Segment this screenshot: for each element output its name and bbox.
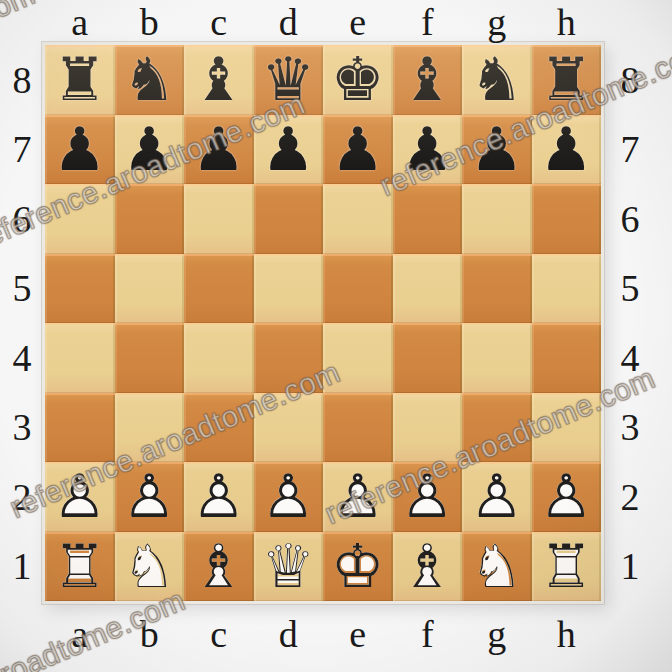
square-e4[interactable] — [323, 323, 393, 393]
file-label-top-g: g — [462, 0, 532, 44]
square-d4[interactable] — [254, 323, 324, 393]
square-c5[interactable] — [184, 254, 254, 324]
white-rook-h1: ♜♖ — [532, 532, 602, 602]
square-d5[interactable] — [254, 254, 324, 324]
file-label-bottom-e: e — [323, 604, 393, 666]
rank-labels-left: 87654321 — [0, 45, 44, 601]
piece-glyph: ♟ — [470, 115, 524, 184]
piece-glyph: ♟ — [192, 115, 246, 184]
white-bishop-c1: ♝♗ — [184, 532, 254, 602]
square-a2[interactable]: ♟♙ — [45, 462, 115, 532]
rank-label-left-2: 2 — [0, 462, 44, 532]
square-c6[interactable] — [184, 184, 254, 254]
square-b6[interactable] — [115, 184, 185, 254]
square-b7[interactable]: ♟ — [115, 115, 185, 185]
black-pawn-a7: ♟ — [45, 115, 115, 185]
chess-board-frame: ♜♞♝♛♚♝♞♜♟♟♟♟♟♟♟♟♟♙♟♙♟♙♟♙♟♙♟♙♟♙♟♙♜♖♞♘♝♗♛♕… — [42, 42, 604, 604]
rank-label-right-8: 8 — [604, 45, 656, 115]
square-f2[interactable]: ♟♙ — [393, 462, 463, 532]
square-a5[interactable] — [45, 254, 115, 324]
piece-outline-glyph: ♘ — [122, 532, 176, 601]
file-label-bottom-b: b — [115, 604, 185, 666]
piece-outline-glyph: ♗ — [192, 532, 246, 601]
square-d8[interactable]: ♛ — [254, 45, 324, 115]
rank-label-left-1: 1 — [0, 532, 44, 602]
square-b4[interactable] — [115, 323, 185, 393]
white-pawn-b2: ♟♙ — [115, 462, 185, 532]
piece-outline-glyph: ♙ — [331, 462, 385, 531]
square-e6[interactable] — [323, 184, 393, 254]
piece-outline-glyph: ♙ — [53, 462, 107, 531]
white-bishop-f1: ♝♗ — [393, 532, 463, 602]
rank-label-left-4: 4 — [0, 323, 44, 393]
piece-glyph: ♚ — [331, 45, 385, 114]
black-bishop-f8: ♝ — [393, 45, 463, 115]
black-pawn-d7: ♟ — [254, 115, 324, 185]
piece-outline-glyph: ♗ — [400, 532, 454, 601]
rank-label-right-2: 2 — [604, 462, 656, 532]
square-b1[interactable]: ♞♘ — [115, 532, 185, 602]
white-pawn-c2: ♟♙ — [184, 462, 254, 532]
piece-glyph: ♟ — [261, 115, 315, 184]
square-c8[interactable]: ♝ — [184, 45, 254, 115]
file-label-top-c: c — [184, 0, 254, 44]
piece-glyph: ♟ — [539, 115, 593, 184]
white-pawn-g2: ♟♙ — [462, 462, 532, 532]
piece-outline-glyph: ♕ — [261, 532, 315, 601]
rank-label-left-5: 5 — [0, 254, 44, 324]
square-g7[interactable]: ♟ — [462, 115, 532, 185]
black-pawn-f7: ♟ — [393, 115, 463, 185]
square-f7[interactable]: ♟ — [393, 115, 463, 185]
square-a4[interactable] — [45, 323, 115, 393]
rank-label-right-5: 5 — [604, 254, 656, 324]
black-pawn-h7: ♟ — [532, 115, 602, 185]
square-e8[interactable]: ♚ — [323, 45, 393, 115]
piece-outline-glyph: ♙ — [192, 462, 246, 531]
black-pawn-e7: ♟ — [323, 115, 393, 185]
file-label-top-h: h — [532, 0, 602, 44]
rank-label-right-3: 3 — [604, 393, 656, 463]
file-label-bottom-h: h — [532, 604, 602, 666]
square-d7[interactable]: ♟ — [254, 115, 324, 185]
black-rook-h8: ♜ — [532, 45, 602, 115]
file-label-top-a: a — [45, 0, 115, 44]
rank-labels-right: 87654321 — [604, 45, 656, 601]
black-queen-d8: ♛ — [254, 45, 324, 115]
square-e1[interactable]: ♚♔ — [323, 532, 393, 602]
chess-diagram-page: abcdefgh abcdefgh 87654321 87654321 ♜♞♝♛… — [0, 0, 672, 672]
file-label-top-b: b — [115, 0, 185, 44]
piece-glyph: ♜ — [539, 45, 593, 114]
file-label-top-f: f — [393, 0, 463, 44]
white-rook-a1: ♜♖ — [45, 532, 115, 602]
file-label-bottom-g: g — [462, 604, 532, 666]
square-f3[interactable] — [393, 393, 463, 463]
square-h3[interactable] — [532, 393, 602, 463]
square-h5[interactable] — [532, 254, 602, 324]
square-h1[interactable]: ♜♖ — [532, 532, 602, 602]
square-e5[interactable] — [323, 254, 393, 324]
white-pawn-d2: ♟♙ — [254, 462, 324, 532]
square-h8[interactable]: ♜ — [532, 45, 602, 115]
square-c4[interactable] — [184, 323, 254, 393]
piece-outline-glyph: ♙ — [122, 462, 176, 531]
piece-glyph: ♞ — [470, 45, 524, 114]
file-label-top-e: e — [323, 0, 393, 44]
piece-glyph: ♟ — [122, 115, 176, 184]
white-pawn-h2: ♟♙ — [532, 462, 602, 532]
black-rook-a8: ♜ — [45, 45, 115, 115]
chess-board: ♜♞♝♛♚♝♞♜♟♟♟♟♟♟♟♟♟♙♟♙♟♙♟♙♟♙♟♙♟♙♟♙♜♖♞♘♝♗♛♕… — [45, 45, 601, 601]
white-knight-g1: ♞♘ — [462, 532, 532, 602]
white-pawn-e2: ♟♙ — [323, 462, 393, 532]
square-e7[interactable]: ♟ — [323, 115, 393, 185]
file-label-bottom-c: c — [184, 604, 254, 666]
piece-outline-glyph: ♙ — [470, 462, 524, 531]
rank-label-right-6: 6 — [604, 184, 656, 254]
file-labels-top: abcdefgh — [45, 0, 601, 44]
black-bishop-c8: ♝ — [184, 45, 254, 115]
white-king-e1: ♚♔ — [323, 532, 393, 602]
square-c2[interactable]: ♟♙ — [184, 462, 254, 532]
square-g2[interactable]: ♟♙ — [462, 462, 532, 532]
piece-glyph: ♞ — [122, 45, 176, 114]
rank-label-left-8: 8 — [0, 45, 44, 115]
square-d6[interactable] — [254, 184, 324, 254]
square-d1[interactable]: ♛♕ — [254, 532, 324, 602]
piece-outline-glyph: ♘ — [470, 532, 524, 601]
square-a8[interactable]: ♜ — [45, 45, 115, 115]
square-c1[interactable]: ♝♗ — [184, 532, 254, 602]
rank-label-right-1: 1 — [604, 532, 656, 602]
rank-label-left-6: 6 — [0, 184, 44, 254]
square-g8[interactable]: ♞ — [462, 45, 532, 115]
square-e2[interactable]: ♟♙ — [323, 462, 393, 532]
square-g3[interactable] — [462, 393, 532, 463]
square-f1[interactable]: ♝♗ — [393, 532, 463, 602]
square-d2[interactable]: ♟♙ — [254, 462, 324, 532]
square-a1[interactable]: ♜♖ — [45, 532, 115, 602]
square-c7[interactable]: ♟ — [184, 115, 254, 185]
rank-label-right-4: 4 — [604, 323, 656, 393]
black-pawn-b7: ♟ — [115, 115, 185, 185]
white-queen-d1: ♛♕ — [254, 532, 324, 602]
file-label-bottom-a: a — [45, 604, 115, 666]
piece-glyph: ♜ — [53, 45, 107, 114]
square-a3[interactable] — [45, 393, 115, 463]
square-b8[interactable]: ♞ — [115, 45, 185, 115]
black-pawn-c7: ♟ — [184, 115, 254, 185]
square-f6[interactable] — [393, 184, 463, 254]
white-pawn-a2: ♟♙ — [45, 462, 115, 532]
black-knight-b8: ♞ — [115, 45, 185, 115]
square-g6[interactable] — [462, 184, 532, 254]
file-label-bottom-f: f — [393, 604, 463, 666]
square-a6[interactable] — [45, 184, 115, 254]
file-labels-bottom: abcdefgh — [45, 604, 601, 666]
piece-outline-glyph: ♔ — [331, 532, 385, 601]
square-h6[interactable] — [532, 184, 602, 254]
white-knight-b1: ♞♘ — [115, 532, 185, 602]
rank-label-right-7: 7 — [604, 115, 656, 185]
piece-glyph: ♛ — [261, 45, 315, 114]
square-b2[interactable]: ♟♙ — [115, 462, 185, 532]
piece-glyph: ♝ — [400, 45, 454, 114]
piece-glyph: ♟ — [53, 115, 107, 184]
square-b3[interactable] — [115, 393, 185, 463]
square-f4[interactable] — [393, 323, 463, 393]
square-f8[interactable]: ♝ — [393, 45, 463, 115]
square-h2[interactable]: ♟♙ — [532, 462, 602, 532]
piece-outline-glyph: ♙ — [261, 462, 315, 531]
piece-outline-glyph: ♙ — [400, 462, 454, 531]
file-label-top-d: d — [254, 0, 324, 44]
square-g4[interactable] — [462, 323, 532, 393]
piece-outline-glyph: ♖ — [539, 532, 593, 601]
piece-glyph: ♟ — [400, 115, 454, 184]
piece-outline-glyph: ♖ — [53, 532, 107, 601]
square-g5[interactable] — [462, 254, 532, 324]
square-b5[interactable] — [115, 254, 185, 324]
piece-outline-glyph: ♙ — [539, 462, 593, 531]
rank-label-left-3: 3 — [0, 393, 44, 463]
file-label-bottom-d: d — [254, 604, 324, 666]
square-g1[interactable]: ♞♘ — [462, 532, 532, 602]
black-knight-g8: ♞ — [462, 45, 532, 115]
black-pawn-g7: ♟ — [462, 115, 532, 185]
square-d3[interactable] — [254, 393, 324, 463]
white-pawn-f2: ♟♙ — [393, 462, 463, 532]
piece-glyph: ♝ — [192, 45, 246, 114]
square-c3[interactable] — [184, 393, 254, 463]
square-h4[interactable] — [532, 323, 602, 393]
black-king-e8: ♚ — [323, 45, 393, 115]
rank-label-left-7: 7 — [0, 115, 44, 185]
piece-glyph: ♟ — [331, 115, 385, 184]
square-f5[interactable] — [393, 254, 463, 324]
square-e3[interactable] — [323, 393, 393, 463]
square-a7[interactable]: ♟ — [45, 115, 115, 185]
square-h7[interactable]: ♟ — [532, 115, 602, 185]
